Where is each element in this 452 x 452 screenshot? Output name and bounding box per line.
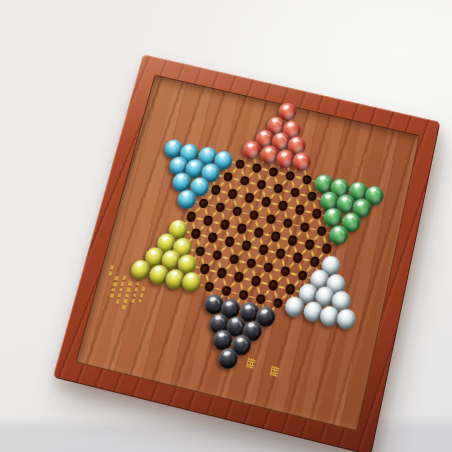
marble-swirl: [287, 298, 303, 315]
board-cell-r5-p1[interactable]: [168, 140, 180, 157]
board-hole[interactable]: [229, 254, 240, 266]
grid-dash: [254, 198, 261, 201]
marble-swirl: [323, 309, 336, 323]
board-hole[interactable]: [246, 258, 257, 270]
board-cell-r6-p11[interactable]: [340, 196, 352, 213]
board-hole[interactable]: [219, 219, 230, 231]
board-cell-r9-p7[interactable]: [287, 232, 299, 249]
board-cell-r8-p9[interactable]: [316, 222, 328, 239]
grid-dash: [303, 258, 310, 261]
board-cell-r8-p7[interactable]: [282, 215, 294, 232]
board-cell-r10-p5[interactable]: [240, 237, 252, 254]
inscription-character: [140, 293, 144, 298]
board-cell-r4-p2[interactable]: [263, 147, 275, 164]
board-cell-r7-p6[interactable]: [260, 193, 272, 210]
board-cell-r6-p9[interactable]: [306, 188, 318, 205]
board-cell-r11-p3[interactable]: [194, 243, 206, 261]
board-cell-r7-p5[interactable]: [243, 190, 255, 207]
grid-dash: [264, 233, 271, 236]
grid-dash: [218, 238, 225, 241]
board-cell-r12-p8[interactable]: [267, 276, 279, 294]
board-cell-r17-p1[interactable]: [222, 350, 235, 368]
board-hole[interactable]: [253, 227, 264, 239]
board-surface: [75, 75, 420, 432]
board-cell-r8-p8[interactable]: [299, 219, 311, 236]
board-hole[interactable]: [272, 297, 283, 309]
board-cell-r10-p2[interactable]: [190, 225, 202, 242]
board-cell-r9-p4[interactable]: [236, 220, 248, 237]
grid-dash: [295, 176, 302, 179]
board-cell-r13-p10[interactable]: [289, 298, 301, 316]
grid-dash: [268, 250, 275, 253]
marble-swirl: [217, 153, 231, 168]
board-cell-r5-p13[interactable]: [368, 187, 380, 204]
marble-swirl: [278, 151, 294, 167]
board-cell-r5-p5[interactable]: [234, 156, 246, 173]
board-cell-r11-p4[interactable]: [211, 247, 223, 265]
board-hole[interactable]: [311, 208, 322, 220]
board-cell-r12-p4[interactable]: [199, 260, 211, 278]
grid-dash: [251, 246, 258, 249]
grid-dash: [278, 286, 285, 289]
board-cell-r13-p2[interactable]: [152, 266, 165, 284]
inscription-character: [138, 299, 142, 304]
board-cell-r5-p4[interactable]: [217, 152, 229, 169]
marble-swirl: [188, 161, 202, 176]
board-cell-r14-p4[interactable]: [259, 308, 271, 326]
board-cell-r11-p7[interactable]: [262, 259, 274, 277]
board-hole[interactable]: [186, 211, 197, 223]
game-board: [53, 54, 441, 452]
board-hole[interactable]: [248, 209, 259, 221]
board-cell-r10-p10[interactable]: [326, 257, 338, 275]
grid-dash: [273, 268, 280, 271]
inscription-character: [122, 305, 126, 310]
board-hole[interactable]: [227, 188, 238, 199]
board-hole[interactable]: [285, 283, 296, 295]
board-cell-r5-p9[interactable]: [301, 171, 313, 188]
board-cell-r9-p3[interactable]: [219, 216, 231, 233]
board-cell-r4-p3[interactable]: [279, 150, 291, 167]
inscription-character: [125, 293, 129, 298]
grid-dash: [305, 210, 312, 213]
inscription-character: [122, 275, 126, 280]
grid-dash: [221, 191, 228, 194]
board-cell-r10-p6[interactable]: [257, 241, 269, 259]
inscription-character: [135, 281, 139, 286]
grid-dash: [196, 217, 203, 220]
inscription-character: [141, 287, 145, 292]
grid-dash: [210, 269, 217, 272]
board-cell-r8-p4[interactable]: [231, 203, 243, 220]
grid-dash: [262, 168, 269, 171]
board-cell-r8-p5[interactable]: [248, 207, 260, 224]
inscription-character: [110, 265, 114, 270]
board-hole[interactable]: [222, 171, 233, 182]
inscription-character: [113, 282, 117, 287]
marble-swirl: [166, 270, 184, 289]
grid-dash: [250, 181, 257, 184]
marble-swirl: [323, 194, 336, 208]
board-cell-r6-p5[interactable]: [239, 173, 251, 190]
board-cell-r9-p8[interactable]: [304, 236, 316, 253]
inscription-character: [110, 294, 114, 299]
board-cell-r10-p9[interactable]: [309, 253, 321, 271]
board-cell-r6-p7[interactable]: [272, 180, 284, 197]
board-hole[interactable]: [210, 185, 221, 196]
grid-dash: [247, 229, 254, 232]
board-cell-r8-p6[interactable]: [265, 211, 277, 228]
board-cell-r9-p2[interactable]: [202, 212, 214, 229]
marble-swirl: [220, 351, 235, 368]
board-cell-r15-p2[interactable]: [230, 318, 243, 336]
board-cell-r7-p7[interactable]: [277, 197, 289, 214]
board-cell-r10-p3[interactable]: [206, 229, 218, 246]
board-hole[interactable]: [204, 281, 215, 293]
board-cell-r13-p1[interactable]: [135, 262, 148, 280]
board-cell-r5-p7[interactable]: [268, 163, 280, 180]
board-cell-r12-p5[interactable]: [216, 264, 228, 282]
inscription-character: [128, 281, 132, 286]
marble-swirl: [325, 258, 338, 272]
board-hole[interactable]: [235, 158, 246, 169]
marble-swirl: [318, 289, 332, 305]
board-cell-r7-p3[interactable]: [210, 182, 222, 199]
board-hole[interactable]: [282, 217, 293, 229]
board-hole[interactable]: [287, 235, 298, 247]
grid-dash: [290, 272, 297, 275]
board-hole[interactable]: [294, 204, 305, 215]
grid-dash: [231, 291, 238, 294]
board-cell-r5-p8[interactable]: [284, 167, 296, 184]
board-cell-r10-p4[interactable]: [223, 233, 235, 250]
marble-swirl: [294, 155, 308, 169]
inscription-character: [132, 293, 136, 298]
grid-dash: [225, 208, 232, 211]
board-hole[interactable]: [297, 270, 308, 282]
board-cell-r7-p9[interactable]: [311, 205, 323, 222]
board-cell-r9-p5[interactable]: [253, 224, 265, 241]
board-cell-r7-p10[interactable]: [328, 209, 340, 226]
marble-swirl: [338, 310, 355, 329]
board-hole[interactable]: [215, 202, 226, 213]
board-hole[interactable]: [241, 240, 252, 252]
grid-dash: [266, 185, 273, 188]
board-cell-r13-p12[interactable]: [324, 307, 336, 325]
board-cell-r10-p7[interactable]: [274, 245, 286, 263]
grid-dash: [288, 206, 295, 209]
scene-background: [0, 0, 452, 452]
board-cell-r13-p3[interactable]: [169, 270, 182, 288]
grid-dash: [256, 264, 263, 267]
grid-dash: [214, 287, 221, 290]
inscription-character: [116, 299, 120, 304]
board-hole[interactable]: [224, 236, 235, 248]
board-hole[interactable]: [255, 293, 266, 305]
board-cell-r4-p1[interactable]: [246, 143, 258, 160]
board-cell-r11-p6[interactable]: [245, 255, 257, 273]
marble-swirl: [179, 257, 194, 274]
board-cell-r7-p8[interactable]: [294, 201, 306, 218]
marble-swirl: [345, 215, 359, 229]
grid-dash: [293, 224, 300, 227]
grid-dash: [266, 299, 273, 302]
inscription-character: [120, 281, 124, 286]
grid-dash: [281, 237, 288, 240]
board-hole[interactable]: [236, 223, 247, 235]
board-cell-r12-p10[interactable]: [301, 285, 313, 303]
board-cell-r13-p6[interactable]: [220, 282, 232, 300]
inscription-character: [111, 288, 115, 293]
marble-swirl: [133, 261, 148, 278]
board-cell-r14-p1[interactable]: [208, 296, 221, 314]
board-hole[interactable]: [198, 198, 209, 209]
board-cell-r5-p6[interactable]: [251, 160, 263, 177]
board-hole[interactable]: [221, 285, 232, 297]
grid-dash: [233, 177, 240, 180]
grid-dash: [310, 228, 317, 231]
board-hole[interactable]: [316, 225, 327, 237]
board-cell-r11-p5[interactable]: [228, 251, 240, 269]
board-hole[interactable]: [212, 250, 223, 262]
grid-dash: [276, 220, 283, 223]
board-hole[interactable]: [232, 206, 243, 217]
grid-dash: [249, 295, 256, 298]
grid-dash: [205, 252, 212, 255]
marble-swirl: [245, 323, 259, 338]
grid-dash: [283, 189, 290, 192]
board-cell-r5-p10[interactable]: [318, 175, 330, 192]
board-hole[interactable]: [263, 262, 274, 274]
inscription-character: [123, 299, 127, 304]
grid-dash: [244, 278, 251, 281]
board-cell-r9-p6[interactable]: [270, 228, 282, 245]
board-hole[interactable]: [250, 275, 261, 287]
grid-dash: [239, 260, 246, 263]
board-cell-r10-p1[interactable]: [173, 221, 185, 238]
board-cell-r10-p8[interactable]: [291, 249, 303, 267]
marble-swirl: [290, 139, 303, 152]
board-hole[interactable]: [238, 289, 249, 301]
grid-dash: [230, 225, 237, 228]
board-cell-r6-p6[interactable]: [255, 176, 267, 193]
marble-swirl: [216, 333, 230, 347]
grid-dash: [234, 242, 241, 245]
board-hole[interactable]: [299, 221, 310, 233]
board-hole[interactable]: [275, 248, 286, 260]
grid-dash: [201, 234, 208, 237]
board-hole[interactable]: [265, 213, 276, 225]
board-cell-r13-p9[interactable]: [272, 294, 284, 312]
marble-swirl: [352, 184, 365, 198]
board-hole[interactable]: [277, 200, 288, 211]
grid-dash: [208, 204, 215, 207]
board-hole[interactable]: [261, 196, 272, 207]
board-hole[interactable]: [285, 170, 296, 181]
star-board: [118, 82, 393, 394]
board-cell-r1-p1[interactable]: [282, 105, 294, 121]
board-hole[interactable]: [190, 228, 201, 240]
maker-mark-character: [246, 357, 256, 368]
board-cell-r13-p13[interactable]: [341, 311, 353, 329]
grid-dash: [285, 254, 292, 257]
board-cell-r12-p7[interactable]: [250, 272, 262, 290]
board-hole[interactable]: [256, 179, 267, 190]
board-cell-r12-p6[interactable]: [233, 268, 245, 286]
board-hole[interactable]: [290, 187, 301, 198]
board-cell-r16-p2[interactable]: [234, 336, 247, 354]
board-cell-r6-p4[interactable]: [222, 169, 234, 186]
inscription-character: [131, 299, 135, 304]
board-cell-r13-p4[interactable]: [186, 274, 199, 292]
inscription-character: [115, 276, 119, 281]
board-cell-r6-p8[interactable]: [289, 184, 301, 201]
board-hole[interactable]: [207, 232, 218, 244]
marble-swirl: [174, 174, 190, 190]
board-cell-r6-p2[interactable]: [189, 161, 201, 178]
board-cell-r13-p11[interactable]: [306, 302, 318, 320]
board-hole[interactable]: [280, 266, 291, 278]
board-hole[interactable]: [301, 174, 312, 185]
marble-swirl: [185, 274, 198, 289]
board-cell-r7-p4[interactable]: [226, 186, 238, 203]
marble-swirl: [151, 267, 166, 283]
grid-dash: [278, 172, 285, 175]
grid-dash: [237, 195, 244, 198]
board-hole[interactable]: [304, 239, 315, 251]
grid-dash: [245, 164, 252, 167]
board-hole[interactable]: [233, 271, 244, 283]
marble-swirl: [245, 144, 258, 158]
board-cell-r11-p8[interactable]: [279, 263, 291, 281]
inscription-character: [134, 287, 138, 292]
grid-dash: [298, 241, 305, 244]
board-hole[interactable]: [258, 244, 269, 256]
inscription-character: [117, 293, 121, 298]
grid-dash: [271, 202, 278, 205]
board-hole[interactable]: [244, 192, 255, 203]
board-cell-r13-p5[interactable]: [203, 278, 215, 296]
board-cell-r7-p1[interactable]: [176, 174, 188, 191]
board-cell-r9-p1[interactable]: [185, 208, 197, 225]
grid-dash: [261, 282, 268, 285]
board-cell-r3-p1[interactable]: [258, 130, 270, 147]
board-cell-r8-p3[interactable]: [214, 199, 226, 216]
board-hole[interactable]: [292, 252, 303, 264]
board-hole[interactable]: [267, 279, 278, 291]
board-hole[interactable]: [251, 162, 262, 173]
board-hole[interactable]: [195, 246, 206, 258]
marble-swirl: [325, 209, 341, 226]
inscription-character: [108, 271, 112, 276]
grid-dash: [300, 193, 307, 196]
grid-dash: [213, 221, 220, 224]
grid-dash: [315, 245, 322, 248]
inscription-character: [119, 287, 123, 292]
board-hole[interactable]: [239, 175, 250, 186]
board-hole[interactable]: [270, 231, 281, 243]
board-hole[interactable]: [268, 166, 279, 177]
marble-swirl: [180, 193, 193, 206]
board-cell-r7-p2[interactable]: [193, 178, 205, 195]
marble-swirl: [316, 176, 331, 191]
board-cell-r7-p11[interactable]: [345, 213, 357, 230]
board-hole[interactable]: [309, 256, 320, 268]
board-hole[interactable]: [216, 267, 227, 279]
marble-swirl: [148, 251, 161, 265]
board-cell-r8-p2[interactable]: [197, 195, 209, 212]
grid-dash: [242, 212, 249, 215]
grid-dash: [259, 216, 266, 219]
board-cell-r11-p9[interactable]: [296, 267, 308, 285]
board-cell-r16-p1[interactable]: [217, 332, 230, 350]
board-cell-r8-p10[interactable]: [333, 226, 345, 243]
board-hole[interactable]: [199, 263, 210, 275]
board-hole[interactable]: [321, 243, 332, 255]
maker-mark-character: [270, 365, 280, 376]
board-cell-r8-p1[interactable]: [181, 191, 193, 208]
board-cell-r4-p4[interactable]: [296, 154, 308, 171]
board-hole[interactable]: [202, 215, 213, 227]
board-cell-r12-p1[interactable]: [148, 248, 161, 266]
inscription-character: [126, 287, 130, 292]
grid-dash: [227, 274, 234, 277]
board-hole[interactable]: [306, 191, 317, 202]
grid-dash: [222, 256, 229, 259]
board-hole[interactable]: [273, 183, 284, 194]
